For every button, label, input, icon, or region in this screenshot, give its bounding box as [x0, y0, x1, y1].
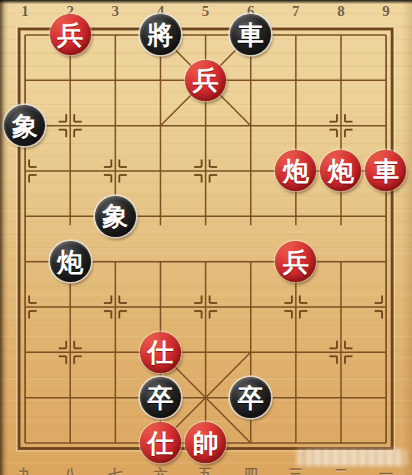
piece-glyph: 卒 — [147, 385, 173, 411]
board-point[interactable] — [183, 148, 228, 193]
board-point[interactable] — [183, 194, 228, 239]
board-point[interactable] — [363, 284, 408, 329]
board-point[interactable] — [93, 330, 138, 375]
board-point[interactable] — [48, 103, 93, 148]
piece-glyph: 炮 — [283, 158, 309, 184]
board-point[interactable] — [48, 148, 93, 193]
piece-black-soldier[interactable]: 卒 — [140, 377, 181, 418]
piece-glyph: 帥 — [192, 430, 218, 456]
board-point[interactable] — [2, 420, 47, 465]
board-point[interactable] — [93, 239, 138, 284]
board-point[interactable] — [138, 194, 183, 239]
board-point[interactable] — [318, 194, 363, 239]
board-point[interactable] — [273, 103, 318, 148]
board-point[interactable] — [48, 330, 93, 375]
piece-glyph: 車 — [373, 158, 399, 184]
piece-red-cannon[interactable]: 炮 — [275, 150, 316, 191]
piece-red-cannon[interactable]: 炮 — [320, 150, 361, 191]
board-point[interactable] — [228, 239, 273, 284]
piece-red-chariot[interactable]: 車 — [365, 150, 406, 191]
board-point[interactable] — [183, 375, 228, 420]
board-point[interactable] — [2, 12, 47, 57]
board-point[interactable] — [228, 284, 273, 329]
xiangqi-board-screen: 123456789 九八七六五四三二一 兵將車兵象炮炮車象炮兵仕卒卒仕帥 — [0, 0, 412, 475]
piece-black-chariot[interactable]: 車 — [230, 14, 271, 55]
piece-glyph: 將 — [147, 22, 173, 48]
board-point[interactable] — [48, 58, 93, 103]
board-point[interactable] — [273, 375, 318, 420]
board-point[interactable] — [228, 58, 273, 103]
board-point[interactable] — [228, 330, 273, 375]
board-point[interactable]: 炮 — [273, 148, 318, 193]
piece-glyph: 兵 — [192, 67, 218, 93]
board-point[interactable] — [363, 375, 408, 420]
board-point[interactable] — [363, 239, 408, 284]
board-point[interactable] — [138, 58, 183, 103]
board-point[interactable]: 炮 — [318, 148, 363, 193]
piece-red-general[interactable]: 帥 — [185, 422, 226, 463]
board-point[interactable] — [273, 420, 318, 465]
board-point[interactable] — [273, 12, 318, 57]
board-point[interactable] — [93, 103, 138, 148]
piece-glyph: 卒 — [238, 385, 264, 411]
board-point[interactable]: 卒 — [228, 375, 273, 420]
piece-glyph: 象 — [102, 203, 128, 229]
piece-glyph: 兵 — [57, 22, 83, 48]
piece-glyph: 兵 — [283, 249, 309, 275]
board-point[interactable] — [318, 284, 363, 329]
piece-black-general[interactable]: 將 — [140, 14, 181, 55]
piece-glyph: 炮 — [328, 158, 354, 184]
board-point[interactable] — [318, 420, 363, 465]
board-point[interactable] — [2, 375, 47, 420]
board-point[interactable]: 車 — [363, 148, 408, 193]
board-point[interactable] — [2, 194, 47, 239]
piece-glyph: 車 — [238, 22, 264, 48]
board-point[interactable] — [363, 420, 408, 465]
piece-red-soldier[interactable]: 兵 — [185, 60, 226, 101]
board-point[interactable] — [318, 103, 363, 148]
board-point[interactable] — [183, 239, 228, 284]
board-point[interactable] — [363, 103, 408, 148]
board-point[interactable] — [318, 58, 363, 103]
board-point[interactable] — [2, 330, 47, 375]
board-point[interactable] — [273, 58, 318, 103]
board-point[interactable] — [48, 284, 93, 329]
board-point[interactable] — [93, 12, 138, 57]
piece-black-cannon[interactable]: 炮 — [50, 241, 91, 282]
board-point[interactable]: 炮 — [48, 239, 93, 284]
piece-black-soldier[interactable]: 卒 — [230, 377, 271, 418]
piece-black-elephant[interactable]: 象 — [95, 196, 136, 237]
board-point[interactable] — [273, 284, 318, 329]
board-point[interactable] — [2, 58, 47, 103]
board-point[interactable] — [138, 239, 183, 284]
board-point[interactable] — [183, 330, 228, 375]
board-point[interactable]: 象 — [2, 103, 47, 148]
board-point[interactable] — [93, 284, 138, 329]
board-point[interactable] — [273, 330, 318, 375]
board-point[interactable] — [363, 58, 408, 103]
board-point[interactable] — [2, 239, 47, 284]
board-point[interactable] — [363, 194, 408, 239]
board-point[interactable] — [318, 375, 363, 420]
piece-black-elephant[interactable]: 象 — [4, 105, 45, 146]
piece-red-advisor[interactable]: 仕 — [140, 422, 181, 463]
piece-red-soldier[interactable]: 兵 — [50, 14, 91, 55]
piece-glyph: 炮 — [57, 249, 83, 275]
board-point[interactable]: 兵 — [48, 12, 93, 57]
piece-red-advisor[interactable]: 仕 — [140, 332, 181, 373]
board-point[interactable]: 帥 — [183, 420, 228, 465]
piece-red-soldier[interactable]: 兵 — [275, 241, 316, 282]
board-point[interactable]: 將 — [138, 12, 183, 57]
piece-glyph: 仕 — [147, 339, 173, 365]
board-point[interactable]: 仕 — [138, 330, 183, 375]
board-point[interactable] — [183, 12, 228, 57]
board-point[interactable] — [138, 284, 183, 329]
board-point[interactable]: 兵 — [273, 239, 318, 284]
board-point[interactable] — [48, 375, 93, 420]
board-point[interactable] — [93, 375, 138, 420]
board-point[interactable] — [183, 284, 228, 329]
board-point[interactable] — [318, 330, 363, 375]
board-point[interactable] — [2, 284, 47, 329]
board-point[interactable] — [2, 148, 47, 193]
board-point[interactable] — [318, 239, 363, 284]
board-point[interactable] — [93, 420, 138, 465]
board-point[interactable] — [138, 103, 183, 148]
board-point[interactable]: 卒 — [138, 375, 183, 420]
board-point[interactable] — [183, 103, 228, 148]
board-point[interactable] — [93, 58, 138, 103]
piece-glyph: 仕 — [147, 430, 173, 456]
board-point[interactable] — [93, 148, 138, 193]
board-point[interactable] — [363, 12, 408, 57]
board-point[interactable]: 兵 — [183, 58, 228, 103]
board-point[interactable] — [363, 330, 408, 375]
piece-glyph: 象 — [12, 113, 38, 139]
board-point[interactable] — [228, 194, 273, 239]
board-point[interactable] — [228, 148, 273, 193]
board-point[interactable] — [273, 194, 318, 239]
board-point[interactable] — [138, 148, 183, 193]
board-point[interactable] — [48, 420, 93, 465]
board-point[interactable] — [318, 12, 363, 57]
board-point[interactable] — [228, 103, 273, 148]
board-point[interactable]: 仕 — [138, 420, 183, 465]
board-point[interactable]: 車 — [228, 12, 273, 57]
board: 兵將車兵象炮炮車象炮兵仕卒卒仕帥 — [2, 12, 408, 465]
board-point[interactable] — [228, 420, 273, 465]
board-point[interactable]: 象 — [93, 194, 138, 239]
board-point[interactable] — [48, 194, 93, 239]
